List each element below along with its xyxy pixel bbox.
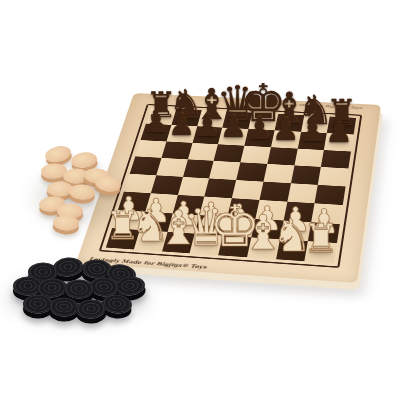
light-draughts-piece (69, 184, 96, 201)
square-f5 (263, 164, 294, 183)
square-g8 (301, 115, 330, 133)
dark-draughts-piece (76, 299, 107, 320)
pile-shadow (8, 274, 148, 322)
dark-draughts-piece (36, 277, 67, 298)
square-e4 (232, 180, 263, 200)
square-f6 (267, 147, 297, 166)
square-g7 (297, 132, 327, 150)
square-g6 (294, 148, 324, 167)
square-h1 (305, 241, 337, 263)
dark-draughts-piece (13, 277, 43, 296)
light-draughts-piece (57, 204, 83, 219)
dark-draughts-piece (88, 276, 120, 298)
square-h6 (321, 150, 351, 169)
square-g3 (283, 201, 315, 222)
square-f8 (274, 114, 303, 132)
square-g4 (287, 183, 318, 203)
square-g5 (291, 166, 322, 185)
dark-draughts-piece (49, 297, 80, 318)
square-h5 (318, 167, 348, 186)
square-e8 (248, 113, 278, 131)
square-g1 (276, 239, 309, 261)
square-g2 (279, 220, 311, 241)
light-draughts-piece (53, 215, 80, 231)
light-draughts-piece (44, 144, 73, 165)
square-e2 (223, 217, 255, 238)
square-e7 (244, 129, 274, 147)
square-e5 (236, 162, 267, 181)
chess-board: Lovingly Made for Bigjigs® Toys Lovingly… (76, 93, 381, 283)
dark-draughts-piece (28, 263, 58, 282)
square-e3 (227, 198, 259, 218)
dark-draughts-piece (64, 280, 94, 299)
square-e6 (240, 145, 270, 164)
square-h2 (308, 222, 340, 243)
square-h8 (327, 117, 356, 135)
square-h4 (315, 185, 346, 205)
light-draughts-piece (70, 151, 98, 169)
light-draughts-piece (41, 163, 68, 180)
square-f1 (247, 238, 280, 260)
light-draughts-piece (47, 182, 73, 197)
dark-draughts-piece (23, 295, 53, 314)
square-h3 (311, 203, 342, 224)
product-photo-chess-set: Lovingly Made for Bigjigs® Toys Lovingly… (0, 0, 400, 400)
square-f4 (259, 182, 290, 202)
square-h7 (324, 133, 354, 151)
square-f2 (251, 218, 283, 239)
board-grid (106, 108, 356, 264)
square-e1 (218, 236, 251, 258)
light-draughts-piece (63, 169, 89, 184)
playing-area (99, 104, 362, 268)
light-draughts-piece (38, 195, 65, 213)
brand-text-far-edge: Lovingly Made for Bigjigs® Toys (274, 102, 363, 110)
square-f7 (271, 130, 301, 148)
dark-draughts-piece (101, 293, 133, 315)
square-f3 (255, 200, 287, 220)
